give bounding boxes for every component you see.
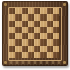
board-square[interactable] <box>53 52 59 58</box>
corner-inlay-ornament <box>63 61 66 64</box>
chess-board <box>2 1 68 66</box>
frame-inlay-marks <box>10 61 60 64</box>
corner-inlay-ornament <box>63 3 66 6</box>
corner-inlay-ornament <box>4 61 7 64</box>
board-grid <box>9 8 59 58</box>
corner-inlay-ornament <box>4 3 7 6</box>
